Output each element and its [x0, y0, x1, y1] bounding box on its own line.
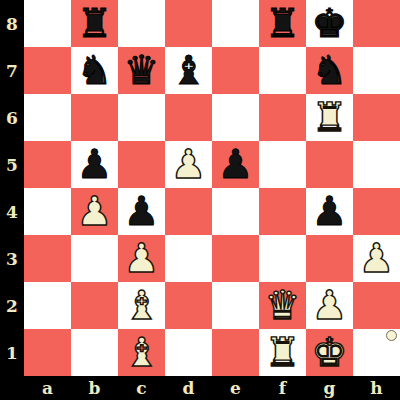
square-e6[interactable] — [212, 94, 259, 141]
square-c6[interactable] — [118, 94, 165, 141]
white-rook: ♜ — [312, 97, 348, 137]
square-f1[interactable]: ♜ — [259, 329, 306, 376]
square-f3[interactable] — [259, 235, 306, 282]
square-g8[interactable]: ♚ — [306, 0, 353, 47]
square-a5[interactable] — [24, 141, 71, 188]
black-pawn: ♟ — [77, 144, 113, 184]
square-f8[interactable]: ♜ — [259, 0, 306, 47]
file-label-g: g — [306, 376, 353, 400]
square-e1[interactable] — [212, 329, 259, 376]
rank-label-6: 6 — [0, 94, 24, 141]
square-b5[interactable]: ♟ — [71, 141, 118, 188]
square-g6[interactable]: ♜ — [306, 94, 353, 141]
square-h4[interactable] — [353, 188, 400, 235]
square-c3[interactable]: ♟ — [118, 235, 165, 282]
file-label-f: f — [259, 376, 306, 400]
square-d3[interactable] — [165, 235, 212, 282]
black-knight: ♞ — [312, 50, 348, 90]
square-b6[interactable] — [71, 94, 118, 141]
file-label-h: h — [353, 376, 400, 400]
square-d1[interactable] — [165, 329, 212, 376]
white-pawn: ♟ — [171, 144, 207, 184]
square-g4[interactable]: ♟ — [306, 188, 353, 235]
square-f5[interactable] — [259, 141, 306, 188]
black-pawn: ♟ — [124, 191, 160, 231]
rank-label-7: 7 — [0, 47, 24, 94]
square-b4[interactable]: ♟ — [71, 188, 118, 235]
white-pawn: ♟ — [77, 191, 113, 231]
square-b7[interactable]: ♞ — [71, 47, 118, 94]
white-pawn: ♟ — [312, 285, 348, 325]
square-d8[interactable] — [165, 0, 212, 47]
square-a6[interactable] — [24, 94, 71, 141]
square-e2[interactable] — [212, 282, 259, 329]
square-f7[interactable] — [259, 47, 306, 94]
black-king: ♚ — [312, 3, 348, 43]
square-a8[interactable] — [24, 0, 71, 47]
square-b3[interactable] — [71, 235, 118, 282]
square-d7[interactable]: ♝ — [165, 47, 212, 94]
square-d2[interactable] — [165, 282, 212, 329]
square-f6[interactable] — [259, 94, 306, 141]
square-f4[interactable] — [259, 188, 306, 235]
square-h3[interactable]: ♟ — [353, 235, 400, 282]
black-rook: ♜ — [265, 3, 301, 43]
file-labels: abcdefgh — [24, 376, 400, 400]
square-e4[interactable] — [212, 188, 259, 235]
square-h6[interactable] — [353, 94, 400, 141]
rank-label-5: 5 — [0, 141, 24, 188]
square-g7[interactable]: ♞ — [306, 47, 353, 94]
rank-label-1: 1 — [0, 329, 24, 376]
square-b2[interactable] — [71, 282, 118, 329]
square-a1[interactable] — [24, 329, 71, 376]
square-d5[interactable]: ♟ — [165, 141, 212, 188]
white-queen: ♛ — [265, 285, 301, 325]
black-bishop: ♝ — [171, 50, 207, 90]
square-c8[interactable] — [118, 0, 165, 47]
rank-label-3: 3 — [0, 235, 24, 282]
file-label-d: d — [165, 376, 212, 400]
file-label-e: e — [212, 376, 259, 400]
white-to-move-indicator-dot — [386, 330, 397, 341]
rank-label-8: 8 — [0, 0, 24, 47]
file-label-c: c — [118, 376, 165, 400]
square-e3[interactable] — [212, 235, 259, 282]
square-b1[interactable] — [71, 329, 118, 376]
square-e7[interactable] — [212, 47, 259, 94]
square-a4[interactable] — [24, 188, 71, 235]
square-f2[interactable]: ♛ — [259, 282, 306, 329]
square-h2[interactable] — [353, 282, 400, 329]
rank-labels: 87654321 — [0, 0, 24, 376]
square-a7[interactable] — [24, 47, 71, 94]
black-pawn: ♟ — [218, 144, 254, 184]
black-queen: ♛ — [124, 50, 160, 90]
square-c2[interactable]: ♝ — [118, 282, 165, 329]
square-c1[interactable]: ♝ — [118, 329, 165, 376]
square-e5[interactable]: ♟ — [212, 141, 259, 188]
square-d6[interactable] — [165, 94, 212, 141]
square-g5[interactable] — [306, 141, 353, 188]
black-pawn: ♟ — [312, 191, 348, 231]
square-a3[interactable] — [24, 235, 71, 282]
black-rook: ♜ — [77, 3, 113, 43]
square-c5[interactable] — [118, 141, 165, 188]
white-bishop: ♝ — [124, 332, 160, 372]
square-g2[interactable]: ♟ — [306, 282, 353, 329]
square-g3[interactable] — [306, 235, 353, 282]
white-pawn: ♟ — [359, 238, 395, 278]
black-knight: ♞ — [77, 50, 113, 90]
chess-board: ♜♜♚♞♛♝♞♜♟♟♟♟♟♟♟♟♝♛♟♝♜♚ — [24, 0, 400, 376]
square-e8[interactable] — [212, 0, 259, 47]
square-h8[interactable] — [353, 0, 400, 47]
square-c4[interactable]: ♟ — [118, 188, 165, 235]
square-b8[interactable]: ♜ — [71, 0, 118, 47]
square-h7[interactable] — [353, 47, 400, 94]
file-label-b: b — [71, 376, 118, 400]
square-d4[interactable] — [165, 188, 212, 235]
white-bishop: ♝ — [124, 285, 160, 325]
square-g1[interactable]: ♚ — [306, 329, 353, 376]
square-c7[interactable]: ♛ — [118, 47, 165, 94]
square-h5[interactable] — [353, 141, 400, 188]
square-a2[interactable] — [24, 282, 71, 329]
white-king: ♚ — [312, 332, 348, 372]
white-pawn: ♟ — [124, 238, 160, 278]
rank-label-4: 4 — [0, 188, 24, 235]
rank-label-2: 2 — [0, 282, 24, 329]
white-rook: ♜ — [265, 332, 301, 372]
chess-diagram: 87654321 ♜♜♚♞♛♝♞♜♟♟♟♟♟♟♟♟♝♛♟♝♜♚ abcdefgh — [0, 0, 400, 400]
file-label-a: a — [24, 376, 71, 400]
